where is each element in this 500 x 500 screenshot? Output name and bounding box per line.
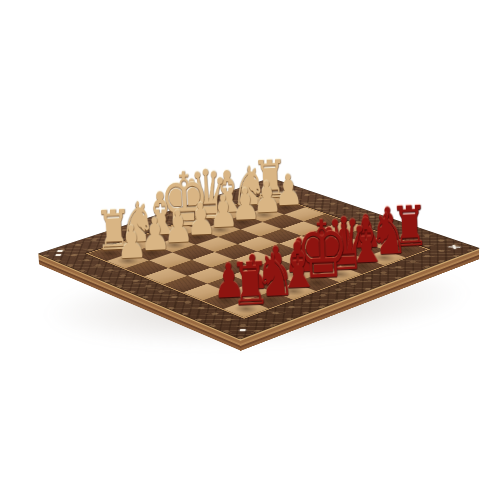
mother-of-pearl-inlay (240, 329, 246, 331)
product-photo-chess-set: ♜♟♟♜♞♟♟♞♝♟♟♝♛♟♟♛♚♟♟♚♝♟♟♝♞♟♟♞♜♟♟♜ (0, 0, 500, 500)
mother-of-pearl-inlay (55, 254, 61, 256)
mother-of-pearl-inlay (446, 244, 463, 250)
red-rook: ♜ (213, 254, 287, 316)
square: ♜ (223, 300, 268, 317)
chess-board: ♜♟♟♜♞♟♟♞♝♟♟♝♛♟♟♛♚♟♟♚♝♟♟♝♞♟♟♞♜♟♟♜ (37, 178, 480, 340)
square: ♟ (107, 253, 149, 269)
perspective-stage: ♜♟♟♜♞♟♟♞♝♟♟♝♛♟♟♛♚♟♟♚♝♟♟♝♞♟♟♞♜♟♟♜ (0, 0, 500, 500)
mother-of-pearl-inlay (57, 250, 63, 252)
